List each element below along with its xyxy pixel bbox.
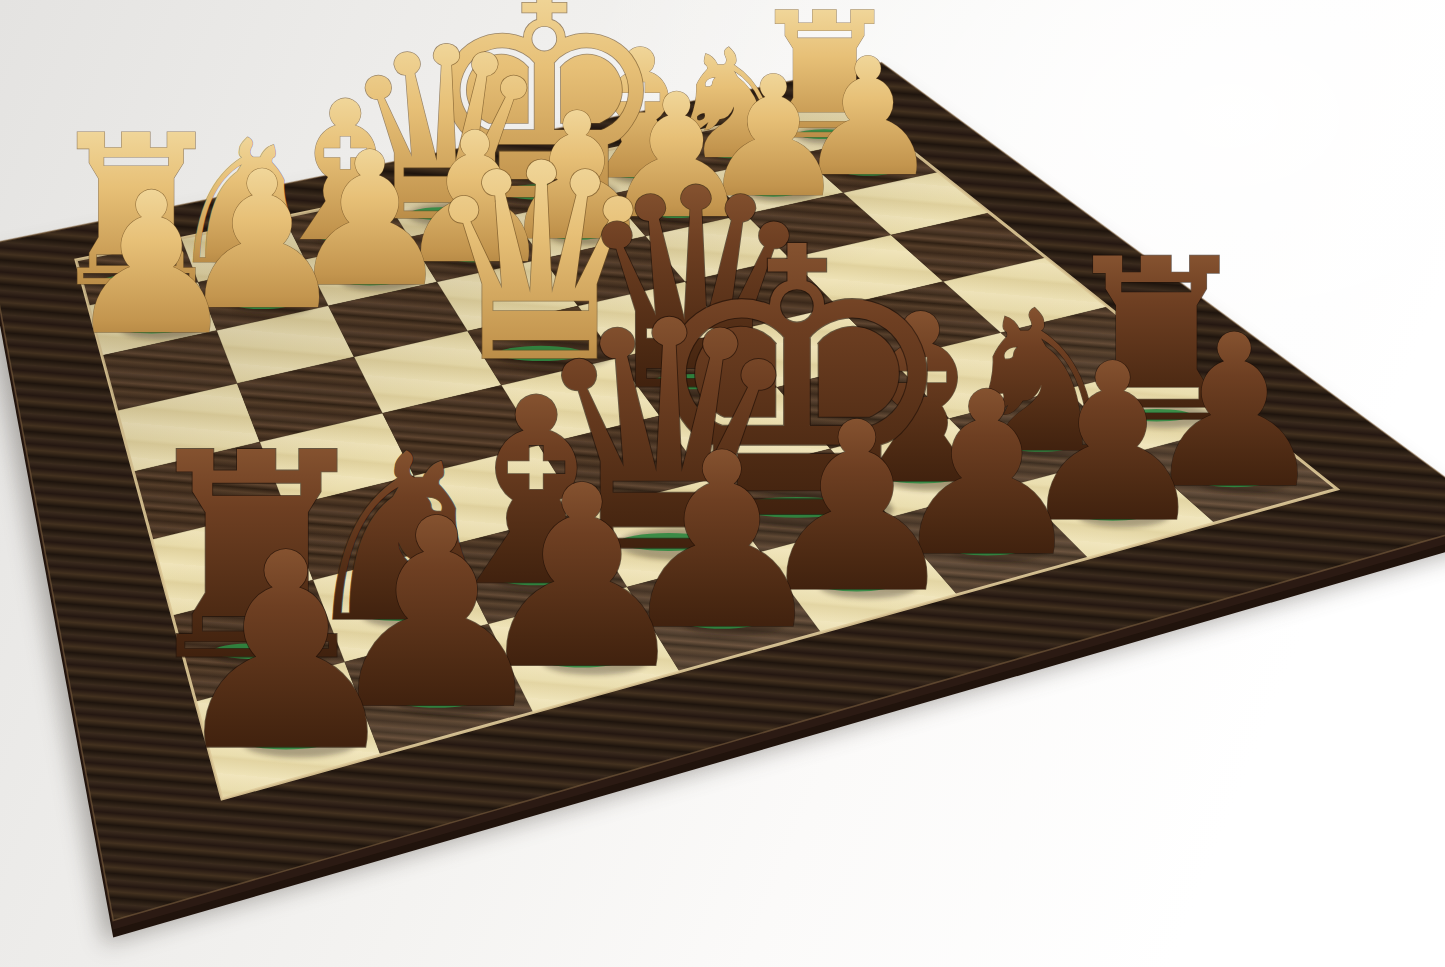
piece-white-pawn-a2: ♟ [64, 151, 239, 378]
piece-black-pawn-a8: ♟ [165, 496, 408, 811]
photo-backdrop: ♜♞♟♝♟♚♟♛♟♝♟♞♟♜♟♟♛♛♜♞♝♟♚♟♛♟♝♟♞♟♜♟♟♟ [0, 0, 1445, 967]
chess-set-photo: ♜♞♟♝♟♚♟♛♟♝♟♞♟♜♟♟♛♛♜♞♝♟♚♟♛♟♝♟♞♟♜♟♟♟ [0, 0, 1445, 967]
